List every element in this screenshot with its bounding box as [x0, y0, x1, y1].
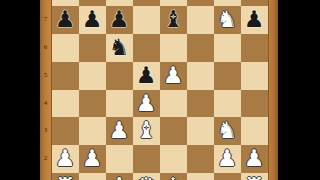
square-g2[interactable]: ♟ [214, 145, 241, 173]
square-h7[interactable]: ♟ [241, 6, 268, 34]
rank-label-4: 4 [40, 90, 51, 118]
rank-label-6: 6 [40, 34, 51, 62]
square-a4[interactable] [52, 90, 79, 118]
square-a6[interactable] [52, 34, 79, 62]
square-d1[interactable]: ♛ [133, 173, 160, 180]
square-c5[interactable] [106, 62, 133, 90]
black-bishop-e7: ♝ [163, 6, 184, 34]
black-pawn-c7: ♟ [109, 6, 130, 34]
square-b6[interactable] [79, 34, 106, 62]
white-pawn-c3: ♟ [109, 117, 130, 145]
square-h3[interactable] [241, 117, 268, 145]
square-c6[interactable]: ♞ [106, 34, 133, 62]
white-pawn-a2: ♟ [55, 145, 76, 173]
square-f5[interactable] [187, 62, 214, 90]
square-f4[interactable] [187, 90, 214, 118]
square-b2[interactable]: ♟ [79, 145, 106, 173]
white-pawn-g2: ♟ [217, 145, 238, 173]
white-rook-h1: ♜ [244, 173, 265, 180]
square-c7[interactable]: ♟ [106, 6, 133, 34]
chess-board: ♜♛♚♜♟♟♟♝♞♟♞♟♟♟♟♝♞♟♟♟♟♜♝♛♚♜ [52, 0, 268, 180]
square-f6[interactable] [187, 34, 214, 62]
square-d4[interactable]: ♟ [133, 90, 160, 118]
white-king-e1: ♚ [163, 173, 184, 180]
square-b5[interactable] [79, 62, 106, 90]
square-b3[interactable] [79, 117, 106, 145]
square-b7[interactable]: ♟ [79, 6, 106, 34]
square-g7[interactable]: ♞ [214, 6, 241, 34]
square-f2[interactable] [187, 145, 214, 173]
square-d3[interactable]: ♝ [133, 117, 160, 145]
white-queen-d1: ♛ [136, 173, 157, 180]
square-h1[interactable]: ♜ [241, 173, 268, 180]
square-e6[interactable] [160, 34, 187, 62]
square-d7[interactable] [133, 6, 160, 34]
black-pawn-b7: ♟ [82, 6, 103, 34]
square-e5[interactable]: ♟ [160, 62, 187, 90]
square-a3[interactable] [52, 117, 79, 145]
white-bishop-d3: ♝ [136, 117, 157, 145]
black-pawn-d5: ♟ [136, 62, 157, 90]
black-pawn-a7: ♟ [55, 6, 76, 34]
square-b1[interactable] [79, 173, 106, 180]
square-h5[interactable] [241, 62, 268, 90]
rank-label-5: 5 [40, 62, 51, 90]
square-f3[interactable] [187, 117, 214, 145]
square-b4[interactable] [79, 90, 106, 118]
square-g3[interactable]: ♞ [214, 117, 241, 145]
square-e2[interactable] [160, 145, 187, 173]
square-c2[interactable] [106, 145, 133, 173]
square-a5[interactable] [52, 62, 79, 90]
white-rook-a1: ♜ [55, 173, 76, 180]
square-d6[interactable] [133, 34, 160, 62]
square-e7[interactable]: ♝ [160, 6, 187, 34]
rank-label-2: 2 [40, 145, 51, 173]
square-c3[interactable]: ♟ [106, 117, 133, 145]
rank-label-1: 1 [40, 173, 51, 180]
video-frame: ♜♛♚♜♟♟♟♝♞♟♞♟♟♟♟♝♞♟♟♟♟♜♝♛♚♜ 87654321 [0, 0, 320, 180]
square-d2[interactable] [133, 145, 160, 173]
square-c1[interactable]: ♝ [106, 173, 133, 180]
square-h6[interactable] [241, 34, 268, 62]
square-e4[interactable] [160, 90, 187, 118]
square-f7[interactable] [187, 6, 214, 34]
square-g6[interactable] [214, 34, 241, 62]
white-bishop-c1: ♝ [109, 173, 130, 180]
square-a2[interactable]: ♟ [52, 145, 79, 173]
square-a1[interactable]: ♜ [52, 173, 79, 180]
rank-label-7: 7 [40, 6, 51, 34]
white-pawn-b2: ♟ [82, 145, 103, 173]
rank-label-3: 3 [40, 117, 51, 145]
square-a7[interactable]: ♟ [52, 6, 79, 34]
square-f1[interactable] [187, 173, 214, 180]
square-h4[interactable] [241, 90, 268, 118]
white-knight-g7: ♞ [217, 6, 238, 34]
white-pawn-d4: ♟ [136, 90, 157, 118]
square-g1[interactable] [214, 173, 241, 180]
square-g5[interactable] [214, 62, 241, 90]
square-h2[interactable]: ♟ [241, 145, 268, 173]
black-knight-c6: ♞ [109, 34, 130, 62]
white-knight-g3: ♞ [217, 117, 238, 145]
white-pawn-e5: ♟ [163, 62, 184, 90]
white-pawn-h2: ♟ [244, 145, 265, 173]
square-e1[interactable]: ♚ [160, 173, 187, 180]
square-g4[interactable] [214, 90, 241, 118]
square-d5[interactable]: ♟ [133, 62, 160, 90]
square-c4[interactable] [106, 90, 133, 118]
black-pawn-h7: ♟ [244, 6, 265, 34]
square-e3[interactable] [160, 117, 187, 145]
